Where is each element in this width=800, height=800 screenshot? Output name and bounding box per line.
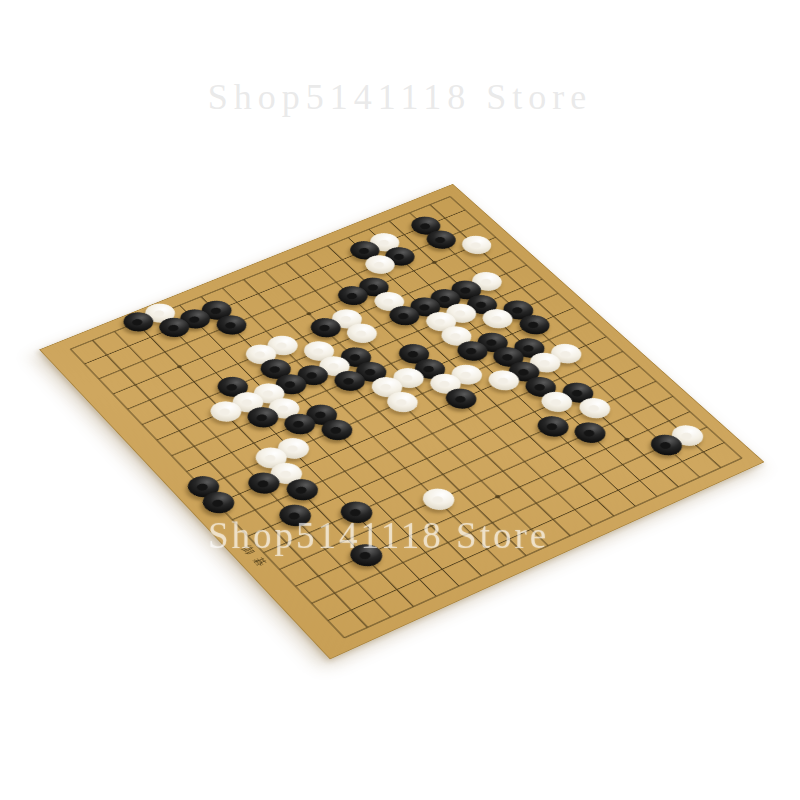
star-point bbox=[623, 437, 630, 441]
star-point bbox=[176, 365, 183, 369]
watermark-top: Shop5141118 Store bbox=[208, 76, 592, 118]
go-board: 御碁 ●●●●●●●●●●●●●●●●●●●●●●●●●●●●●●●●●●●●●… bbox=[39, 184, 764, 660]
board-scene: 御碁 ●●●●●●●●●●●●●●●●●●●●●●●●●●●●●●●●●●●●●… bbox=[41, 184, 763, 657]
star-point bbox=[494, 494, 501, 499]
star-point bbox=[306, 312, 312, 316]
product-photo: Shop5141118 Store 御碁 ●●●●●●●●●●●●●●●●●●●… bbox=[0, 0, 800, 800]
star-point bbox=[431, 260, 437, 264]
